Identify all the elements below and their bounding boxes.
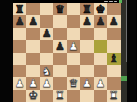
square-d5[interactable]: ♟ xyxy=(53,40,66,52)
scrollbar-line xyxy=(126,0,128,62)
square-d1[interactable]: ♜ xyxy=(53,90,66,102)
square-a6[interactable] xyxy=(13,28,26,40)
square-h3[interactable] xyxy=(107,65,120,77)
square-f6[interactable] xyxy=(80,28,93,40)
unreadable-text-fragment xyxy=(104,1,108,3)
app-window: ♜♛♜♚♟♟♟♟♟♟♟♟♝♞♟♟♟♛♟♟♚♜♜ xyxy=(0,0,136,102)
square-c8[interactable] xyxy=(40,3,53,15)
piece-black-queen[interactable]: ♛ xyxy=(53,3,66,15)
square-b2[interactable]: ♟ xyxy=(26,77,39,89)
square-e5[interactable]: ♟ xyxy=(67,40,80,52)
chess-board[interactable]: ♜♛♜♚♟♟♟♟♟♟♟♟♝♞♟♟♟♛♟♟♚♜♜ xyxy=(13,3,121,102)
square-f1[interactable] xyxy=(80,90,93,102)
piece-black-pawn[interactable]: ♟ xyxy=(80,15,93,27)
square-f2[interactable]: ♟ xyxy=(80,77,93,89)
square-e1[interactable] xyxy=(67,90,80,102)
square-b1[interactable]: ♚ xyxy=(26,90,39,102)
square-g7[interactable]: ♟ xyxy=(94,15,107,27)
square-g2[interactable]: ♟ xyxy=(94,77,107,89)
piece-white-knight[interactable]: ♞ xyxy=(40,65,53,77)
square-e7[interactable] xyxy=(67,15,80,27)
square-h8[interactable] xyxy=(107,3,120,15)
square-h7[interactable]: ♟ xyxy=(107,15,120,27)
unreadable-text-fragment xyxy=(114,1,117,3)
piece-black-pawn[interactable]: ♟ xyxy=(53,40,66,52)
square-a4[interactable] xyxy=(13,53,26,65)
clipped-top-ui xyxy=(104,0,126,3)
unreadable-text-fragment xyxy=(109,1,113,3)
piece-black-pawn[interactable]: ♟ xyxy=(26,15,39,27)
right-panel xyxy=(121,0,137,102)
square-f5[interactable] xyxy=(80,40,93,52)
square-h5[interactable] xyxy=(107,40,120,52)
piece-white-pawn[interactable]: ♟ xyxy=(80,77,93,89)
piece-black-pawn[interactable]: ♟ xyxy=(40,28,53,40)
piece-white-pawn[interactable]: ♟ xyxy=(26,77,39,89)
square-h2[interactable] xyxy=(107,77,120,89)
square-a5[interactable] xyxy=(13,40,26,52)
square-g1[interactable] xyxy=(94,90,107,102)
square-a7[interactable]: ♟ xyxy=(13,15,26,27)
left-letterbox-border xyxy=(0,0,13,102)
piece-white-queen[interactable]: ♛ xyxy=(67,77,80,89)
square-c6[interactable]: ♟ xyxy=(40,28,53,40)
panel-green-marker xyxy=(121,76,128,81)
square-g6[interactable] xyxy=(94,28,107,40)
square-b7[interactable]: ♟ xyxy=(26,15,39,27)
square-b6[interactable] xyxy=(26,28,39,40)
square-f4[interactable] xyxy=(80,53,93,65)
square-a8[interactable]: ♜ xyxy=(13,3,26,15)
square-d7[interactable] xyxy=(53,15,66,27)
piece-white-rook[interactable]: ♜ xyxy=(53,90,66,102)
square-b3[interactable] xyxy=(26,65,39,77)
square-g8[interactable]: ♚ xyxy=(94,3,107,15)
square-a2[interactable]: ♟ xyxy=(13,77,26,89)
piece-white-king[interactable]: ♚ xyxy=(26,90,39,102)
piece-black-pawn[interactable]: ♟ xyxy=(107,15,120,27)
square-d4[interactable] xyxy=(53,53,66,65)
square-g4[interactable] xyxy=(94,53,107,65)
piece-black-bishop[interactable]: ♝ xyxy=(107,53,120,65)
piece-black-pawn[interactable]: ♟ xyxy=(13,15,26,27)
piece-white-pawn[interactable]: ♟ xyxy=(13,77,26,89)
piece-white-rook[interactable]: ♜ xyxy=(107,90,120,102)
square-h6[interactable] xyxy=(107,28,120,40)
square-b4[interactable] xyxy=(26,53,39,65)
square-f8[interactable]: ♜ xyxy=(80,3,93,15)
piece-black-rook[interactable]: ♜ xyxy=(13,3,26,15)
square-c1[interactable] xyxy=(40,90,53,102)
scrollbar-strip[interactable] xyxy=(121,0,128,102)
piece-black-king[interactable]: ♚ xyxy=(94,3,107,15)
piece-white-pawn[interactable]: ♟ xyxy=(94,77,107,89)
square-b5[interactable] xyxy=(26,40,39,52)
square-d2[interactable] xyxy=(53,77,66,89)
square-e6[interactable] xyxy=(67,28,80,40)
square-d3[interactable] xyxy=(53,65,66,77)
square-e8[interactable] xyxy=(67,3,80,15)
square-c4[interactable] xyxy=(40,53,53,65)
piece-white-pawn[interactable]: ♟ xyxy=(40,77,53,89)
square-a1[interactable] xyxy=(13,90,26,102)
square-f7[interactable]: ♟ xyxy=(80,15,93,27)
piece-black-rook[interactable]: ♜ xyxy=(80,3,93,15)
square-c7[interactable] xyxy=(40,15,53,27)
square-d6[interactable] xyxy=(53,28,66,40)
square-f3[interactable] xyxy=(80,65,93,77)
square-e2[interactable]: ♛ xyxy=(67,77,80,89)
square-c5[interactable] xyxy=(40,40,53,52)
square-g3[interactable] xyxy=(94,65,107,77)
square-h1[interactable]: ♜ xyxy=(107,90,120,102)
square-b8[interactable] xyxy=(26,3,39,15)
online-indicator-dot xyxy=(119,0,123,3)
square-c3[interactable]: ♞ xyxy=(40,65,53,77)
square-c2[interactable]: ♟ xyxy=(40,77,53,89)
square-e3[interactable] xyxy=(67,65,80,77)
square-h4[interactable]: ♝ xyxy=(107,53,120,65)
square-d8[interactable]: ♛ xyxy=(53,3,66,15)
square-e4[interactable] xyxy=(67,53,80,65)
square-g5[interactable] xyxy=(94,40,107,52)
piece-white-pawn[interactable]: ♟ xyxy=(67,40,80,52)
square-a3[interactable] xyxy=(13,65,26,77)
piece-black-pawn[interactable]: ♟ xyxy=(94,15,107,27)
